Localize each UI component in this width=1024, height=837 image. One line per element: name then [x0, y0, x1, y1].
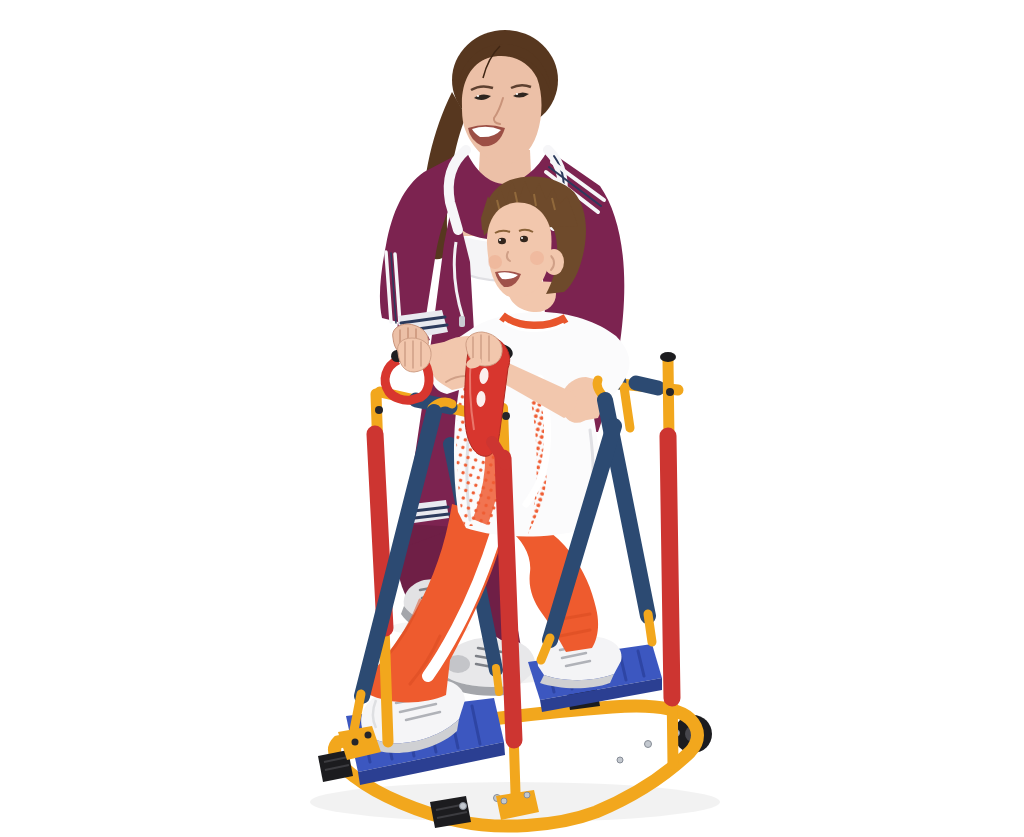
zipper-pull — [459, 316, 465, 327]
right-rail-grip-2 — [636, 383, 658, 388]
product-photo: Studio product photo on a plain white ba… — [0, 0, 1024, 837]
boy-head — [481, 176, 586, 297]
boy-right-hand — [398, 338, 431, 372]
scene-svg: Studio product photo on a plain white ba… — [0, 0, 1024, 837]
right-arm-tip — [648, 614, 652, 642]
cheek-blush-left — [488, 255, 502, 269]
right-rail-stub — [624, 387, 630, 428]
cheek-blush-right — [530, 251, 544, 265]
left-rear-arm-tip — [496, 668, 499, 692]
